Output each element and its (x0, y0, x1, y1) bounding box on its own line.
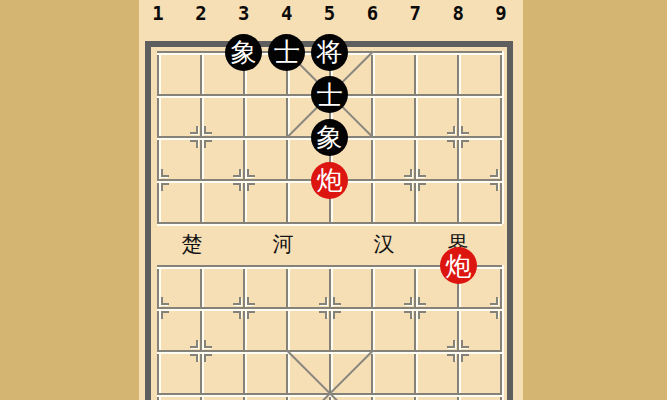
point-marker (204, 354, 212, 362)
grid-line (200, 265, 202, 400)
grid-line (157, 350, 502, 352)
point-marker (333, 297, 341, 305)
point-marker (190, 126, 198, 134)
file-label-4: 4 (276, 2, 298, 24)
point-marker (404, 297, 412, 305)
grid-line (286, 265, 288, 400)
point-marker (418, 297, 426, 305)
point-marker (461, 126, 469, 134)
point-marker (204, 140, 212, 148)
piece-red-cannon[interactable]: 炮 (311, 162, 348, 199)
file-label-3: 3 (233, 2, 255, 24)
piece-black-advisor[interactable]: 士 (268, 34, 305, 71)
point-marker (204, 340, 212, 348)
grid-line (500, 265, 502, 400)
point-marker (190, 140, 198, 148)
point-marker (247, 183, 255, 191)
point-marker (418, 183, 426, 191)
point-marker (161, 297, 169, 305)
point-marker (247, 311, 255, 319)
file-label-8: 8 (447, 2, 469, 24)
file-label-2: 2 (190, 2, 212, 24)
river-label: 河 (268, 231, 298, 257)
point-marker (233, 183, 241, 191)
point-marker (447, 140, 455, 148)
point-marker (233, 169, 241, 177)
point-marker (161, 169, 169, 177)
point-marker (161, 311, 169, 319)
point-marker (490, 297, 498, 305)
point-marker (233, 311, 241, 319)
grid-line (371, 265, 373, 400)
point-marker (418, 169, 426, 177)
grid-line (329, 265, 331, 400)
point-marker (490, 169, 498, 177)
file-label-6: 6 (361, 2, 383, 24)
point-marker (461, 340, 469, 348)
file-label-1: 1 (147, 2, 169, 24)
grid-line (157, 222, 502, 224)
point-marker (461, 354, 469, 362)
grid-line (243, 265, 245, 400)
point-marker (404, 183, 412, 191)
point-marker (319, 297, 327, 305)
piece-black-general[interactable]: 将 (311, 34, 348, 71)
point-marker (204, 126, 212, 134)
xiangqi-board[interactable]: 123456789楚河汉界象士将士象炮炮 (0, 0, 667, 400)
river-label: 楚 (177, 231, 207, 257)
point-marker (333, 311, 341, 319)
point-marker (490, 311, 498, 319)
piece-black-elephant[interactable]: 象 (225, 34, 262, 71)
file-label-9: 9 (490, 2, 512, 24)
file-label-7: 7 (404, 2, 426, 24)
point-marker (461, 140, 469, 148)
grid-line (157, 265, 159, 400)
grid-line (457, 265, 459, 400)
file-label-5: 5 (319, 2, 341, 24)
point-marker (490, 183, 498, 191)
grid-line (414, 265, 416, 400)
point-marker (247, 169, 255, 177)
piece-red-cannon[interactable]: 炮 (440, 247, 477, 284)
grid-line (157, 307, 502, 309)
point-marker (233, 297, 241, 305)
point-marker (418, 311, 426, 319)
river-label: 汉 (369, 231, 399, 257)
point-marker (190, 354, 198, 362)
piece-black-advisor[interactable]: 士 (311, 76, 348, 113)
page: 123456789楚河汉界象士将士象炮炮 (0, 0, 667, 400)
point-marker (247, 297, 255, 305)
point-marker (190, 340, 198, 348)
point-marker (447, 354, 455, 362)
point-marker (447, 340, 455, 348)
piece-black-elephant[interactable]: 象 (311, 119, 348, 156)
point-marker (404, 311, 412, 319)
point-marker (404, 169, 412, 177)
point-marker (161, 183, 169, 191)
point-marker (319, 311, 327, 319)
point-marker (447, 126, 455, 134)
